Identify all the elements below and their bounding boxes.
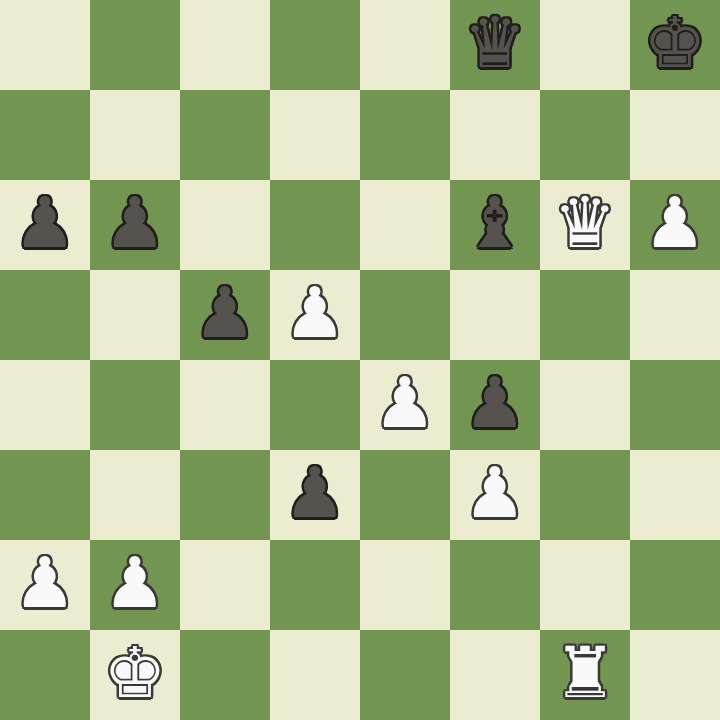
square-b3[interactable] [90, 450, 180, 540]
square-f3[interactable]: ♟ [450, 450, 540, 540]
square-b6[interactable]: ♟ [90, 180, 180, 270]
square-d1[interactable] [270, 630, 360, 720]
square-c7[interactable] [180, 90, 270, 180]
square-e8[interactable] [360, 0, 450, 90]
square-e3[interactable] [360, 450, 450, 540]
square-a4[interactable] [0, 360, 90, 450]
square-h5[interactable] [630, 270, 720, 360]
square-a5[interactable] [0, 270, 90, 360]
piece-black-pawn[interactable]: ♟ [284, 450, 347, 538]
square-a8[interactable] [0, 0, 90, 90]
square-b5[interactable] [90, 270, 180, 360]
piece-white-pawn[interactable]: ♟ [14, 540, 77, 628]
piece-black-queen[interactable]: ♛ [464, 0, 527, 88]
square-b4[interactable] [90, 360, 180, 450]
square-c4[interactable] [180, 360, 270, 450]
piece-white-pawn[interactable]: ♟ [644, 180, 707, 268]
square-a7[interactable] [0, 90, 90, 180]
square-d7[interactable] [270, 90, 360, 180]
square-d3[interactable]: ♟ [270, 450, 360, 540]
chess-board: ♛♚♟♟♝♛♟♟♟♟♟♟♟♟♟♚♜ [0, 0, 720, 720]
square-e1[interactable] [360, 630, 450, 720]
square-e5[interactable] [360, 270, 450, 360]
square-a2[interactable]: ♟ [0, 540, 90, 630]
square-c5[interactable]: ♟ [180, 270, 270, 360]
square-f8[interactable]: ♛ [450, 0, 540, 90]
square-h8[interactable]: ♚ [630, 0, 720, 90]
square-f1[interactable] [450, 630, 540, 720]
square-d2[interactable] [270, 540, 360, 630]
square-h1[interactable] [630, 630, 720, 720]
square-g2[interactable] [540, 540, 630, 630]
piece-white-pawn[interactable]: ♟ [284, 270, 347, 358]
square-c1[interactable] [180, 630, 270, 720]
square-h4[interactable] [630, 360, 720, 450]
square-g8[interactable] [540, 0, 630, 90]
square-f5[interactable] [450, 270, 540, 360]
square-h3[interactable] [630, 450, 720, 540]
square-g3[interactable] [540, 450, 630, 540]
square-c8[interactable] [180, 0, 270, 90]
piece-white-queen[interactable]: ♛ [554, 180, 617, 268]
square-a1[interactable] [0, 630, 90, 720]
piece-black-pawn[interactable]: ♟ [104, 180, 167, 268]
square-d6[interactable] [270, 180, 360, 270]
square-g6[interactable]: ♛ [540, 180, 630, 270]
piece-white-rook[interactable]: ♜ [554, 630, 617, 718]
square-b1[interactable]: ♚ [90, 630, 180, 720]
piece-black-pawn[interactable]: ♟ [464, 360, 527, 448]
square-e4[interactable]: ♟ [360, 360, 450, 450]
square-h7[interactable] [630, 90, 720, 180]
piece-black-pawn[interactable]: ♟ [194, 270, 257, 358]
square-e7[interactable] [360, 90, 450, 180]
square-g7[interactable] [540, 90, 630, 180]
square-e2[interactable] [360, 540, 450, 630]
piece-white-pawn[interactable]: ♟ [464, 450, 527, 538]
square-f6[interactable]: ♝ [450, 180, 540, 270]
piece-white-pawn[interactable]: ♟ [374, 360, 437, 448]
square-h6[interactable]: ♟ [630, 180, 720, 270]
square-g5[interactable] [540, 270, 630, 360]
square-e6[interactable] [360, 180, 450, 270]
square-d4[interactable] [270, 360, 360, 450]
square-h2[interactable] [630, 540, 720, 630]
square-f7[interactable] [450, 90, 540, 180]
square-c3[interactable] [180, 450, 270, 540]
square-g1[interactable]: ♜ [540, 630, 630, 720]
square-c2[interactable] [180, 540, 270, 630]
square-b7[interactable] [90, 90, 180, 180]
piece-black-bishop[interactable]: ♝ [464, 180, 527, 268]
square-b8[interactable] [90, 0, 180, 90]
piece-white-pawn[interactable]: ♟ [104, 540, 167, 628]
square-a3[interactable] [0, 450, 90, 540]
square-f2[interactable] [450, 540, 540, 630]
square-d5[interactable]: ♟ [270, 270, 360, 360]
piece-black-pawn[interactable]: ♟ [14, 180, 77, 268]
square-f4[interactable]: ♟ [450, 360, 540, 450]
square-b2[interactable]: ♟ [90, 540, 180, 630]
square-c6[interactable] [180, 180, 270, 270]
piece-black-king[interactable]: ♚ [644, 0, 707, 88]
piece-white-king[interactable]: ♚ [104, 630, 167, 718]
square-d8[interactable] [270, 0, 360, 90]
square-a6[interactable]: ♟ [0, 180, 90, 270]
square-g4[interactable] [540, 360, 630, 450]
